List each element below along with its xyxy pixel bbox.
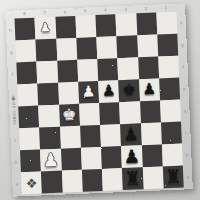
square-r3c8	[158, 56, 179, 79]
square-r7c6: ♟	[121, 145, 142, 168]
square-r4c7: ♟	[139, 78, 160, 101]
square-r3c3	[57, 60, 78, 83]
coord-label: c	[181, 121, 191, 143]
margin-corner	[184, 187, 193, 195]
coord-label: h	[176, 11, 186, 33]
square-r1c7	[136, 13, 157, 36]
board-grid: ♟♟♟♚♟♚♟♟♟❖♜♜	[15, 12, 184, 195]
square-r7c2: ♟	[40, 149, 61, 172]
square-r2c4	[76, 37, 97, 60]
square-r2c7	[137, 35, 158, 58]
square-r4c4: ♟	[78, 81, 99, 104]
square-r1c4	[75, 15, 96, 38]
square-r7c7	[141, 144, 162, 167]
square-r4c6: ♚	[118, 79, 139, 102]
white-pawn-e5: ♟	[81, 82, 95, 101]
square-r6c8	[161, 122, 182, 145]
square-r6c1	[19, 128, 40, 151]
square-r8c3	[61, 170, 82, 193]
coord-label: 5	[83, 191, 104, 200]
coord-label: g	[177, 33, 187, 55]
coord-label: f	[178, 55, 188, 77]
square-r8c2	[41, 171, 62, 194]
us-chess-logo-icon: ❖	[11, 96, 16, 101]
square-r8c5	[102, 168, 123, 191]
square-r7c4	[81, 147, 102, 170]
square-r8c1: ❖	[21, 171, 42, 194]
square-r8c6: ♜	[122, 167, 143, 190]
square-r6c2	[39, 127, 60, 150]
white-king-d6: ♚	[62, 104, 77, 124]
square-r7c5	[101, 146, 122, 169]
square-r2c3	[56, 38, 77, 61]
square-r5c6	[119, 101, 140, 124]
square-r7c3	[61, 148, 82, 171]
square-r1c5	[95, 14, 116, 37]
square-r1c6	[116, 13, 137, 36]
square-r3c7	[138, 56, 159, 79]
coord-label: e	[179, 77, 189, 99]
square-r6c4	[80, 125, 101, 148]
square-r6c5	[100, 124, 121, 147]
square-r1c3	[55, 16, 76, 39]
square-r1c8	[156, 12, 177, 35]
margin-corner	[13, 194, 22, 200]
us-chess-brand-text: US CHESS	[12, 102, 17, 125]
square-r4c2	[38, 83, 59, 106]
square-r5c3: ♚	[59, 104, 80, 127]
square-r1c1	[15, 18, 36, 41]
square-r4c1	[17, 84, 38, 107]
coord-label: 3	[123, 189, 144, 198]
square-r2c6	[117, 35, 138, 58]
square-r4c3	[58, 82, 79, 105]
square-r1c2: ♟	[35, 17, 56, 40]
coord-label: 4	[103, 190, 124, 199]
black-pawn-e4: ♟	[102, 81, 116, 100]
square-r3c5	[97, 58, 118, 81]
square-r7c1	[20, 150, 41, 173]
square-r5c4	[79, 103, 100, 126]
square-r6c6: ♟	[120, 123, 141, 146]
square-r2c5	[96, 36, 117, 59]
square-r5c8	[160, 100, 181, 123]
black-rook-a3: ♜	[124, 166, 142, 189]
square-r8c4	[82, 169, 103, 192]
chess-board: 87654321 hgfedcba ❖ US CHESS ♟♟♟♚♟♚♟♟♟❖♜…	[5, 3, 193, 196]
white-pawn-h7: ♟	[40, 20, 51, 34]
chessboard-photo: 87654321 hgfedcba ❖ US CHESS ♟♟♟♚♟♚♟♟♟❖♜…	[0, 0, 200, 200]
black-king-e3: ♚	[122, 80, 136, 99]
square-r5c1	[18, 106, 39, 129]
coord-label: d	[180, 99, 190, 121]
square-r8c7	[142, 166, 163, 189]
square-r2c8	[157, 34, 178, 57]
square-r6c7	[141, 122, 162, 145]
coord-label: 1	[164, 188, 185, 197]
coord-label: b	[182, 143, 192, 165]
coord-label: 8	[22, 193, 43, 200]
square-r7c8	[162, 144, 183, 167]
square-r4c8	[159, 78, 180, 101]
square-r5c2	[38, 105, 59, 128]
black-pawn-b3: ♟	[123, 145, 140, 167]
square-r5c7	[140, 100, 161, 123]
square-r4c5: ♟	[98, 80, 119, 103]
black-rook-a1: ♜	[164, 165, 182, 188]
black-pawn-e2: ♟	[142, 80, 156, 99]
square-r2c2	[36, 39, 57, 62]
square-r3c6	[118, 57, 139, 80]
coord-label: a	[183, 165, 193, 187]
square-r6c3	[60, 126, 81, 149]
square-r3c4	[77, 59, 98, 82]
white-pawn-b7: ♟	[42, 148, 59, 170]
coord-label: 6	[62, 192, 83, 200]
photo-dust-speckles	[0, 0, 1, 1]
coord-label: 2	[143, 188, 164, 197]
black-pawn-c3: ♟	[123, 123, 139, 144]
square-r8c8: ♜	[163, 166, 184, 189]
square-r2c1	[15, 40, 36, 63]
square-r3c1	[16, 62, 37, 85]
square-r5c5	[99, 102, 120, 125]
us-chess-corner-logo-icon: ❖	[25, 176, 37, 189]
coord-label: 7	[42, 193, 63, 200]
square-r3c2	[37, 61, 58, 84]
